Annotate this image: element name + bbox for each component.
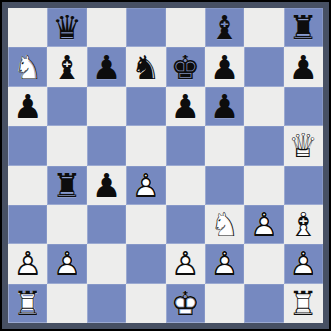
square-c8[interactable]: [87, 8, 126, 47]
white-queen[interactable]: ♛♕: [284, 126, 323, 165]
square-f5[interactable]: [205, 126, 244, 165]
black-pawn[interactable]: ♟: [205, 87, 244, 126]
piece-outline-glyph: ♖: [284, 284, 323, 323]
square-b3[interactable]: [47, 205, 86, 244]
square-h5[interactable]: ♛♕: [284, 126, 323, 165]
square-e5[interactable]: [166, 126, 205, 165]
white-rook[interactable]: ♜♖: [284, 284, 323, 323]
square-a1[interactable]: ♜♖: [8, 284, 47, 323]
white-rook[interactable]: ♜♖: [8, 284, 47, 323]
square-g2[interactable]: [244, 244, 283, 283]
piece-outline-glyph: ♗: [284, 205, 323, 244]
piece-glyph: ♝: [47, 47, 86, 86]
square-c2[interactable]: [87, 244, 126, 283]
white-king[interactable]: ♚♔: [166, 284, 205, 323]
black-rook[interactable]: ♜: [284, 8, 323, 47]
square-e4[interactable]: [166, 166, 205, 205]
white-knight[interactable]: ♞♘: [205, 205, 244, 244]
white-pawn[interactable]: ♟♙: [284, 244, 323, 283]
piece-outline-glyph: ♙: [8, 244, 47, 283]
black-pawn[interactable]: ♟: [284, 47, 323, 86]
piece-outline-glyph: ♙: [284, 244, 323, 283]
piece-outline-glyph: ♕: [284, 126, 323, 165]
chess-board: ♛♝♜♞♘♝♟♞♚♟♟♟♟♟♛♕♜♟♟♙♞♘♟♙♝♗♟♙♟♙♟♙♟♙♟♙♜♖♚♔…: [8, 8, 323, 323]
white-pawn[interactable]: ♟♙: [126, 166, 165, 205]
square-g1[interactable]: [244, 284, 283, 323]
square-f3[interactable]: ♞♘: [205, 205, 244, 244]
black-rook[interactable]: ♜: [47, 166, 86, 205]
piece-glyph: ♝: [205, 8, 244, 47]
square-a5[interactable]: [8, 126, 47, 165]
square-b6[interactable]: [47, 87, 86, 126]
square-h4[interactable]: [284, 166, 323, 205]
white-pawn[interactable]: ♟♙: [8, 244, 47, 283]
square-b2[interactable]: ♟♙: [47, 244, 86, 283]
piece-outline-glyph: ♙: [166, 244, 205, 283]
square-g8[interactable]: [244, 8, 283, 47]
square-e6[interactable]: ♟: [166, 87, 205, 126]
square-a3[interactable]: [8, 205, 47, 244]
square-d2[interactable]: [126, 244, 165, 283]
square-d6[interactable]: [126, 87, 165, 126]
piece-outline-glyph: ♘: [8, 47, 47, 86]
square-h7[interactable]: ♟: [284, 47, 323, 86]
square-f8[interactable]: ♝: [205, 8, 244, 47]
black-pawn[interactable]: ♟: [8, 87, 47, 126]
piece-outline-glyph: ♙: [205, 244, 244, 283]
piece-outline-glyph: ♙: [126, 166, 165, 205]
piece-glyph: ♜: [284, 8, 323, 47]
square-c7[interactable]: ♟: [87, 47, 126, 86]
black-pawn[interactable]: ♟: [166, 87, 205, 126]
piece-outline-glyph: ♙: [244, 205, 283, 244]
square-a4[interactable]: [8, 166, 47, 205]
black-bishop[interactable]: ♝: [205, 8, 244, 47]
piece-glyph: ♟: [87, 166, 126, 205]
square-g4[interactable]: [244, 166, 283, 205]
black-queen[interactable]: ♛: [47, 8, 86, 47]
black-king[interactable]: ♚: [166, 47, 205, 86]
piece-glyph: ♟: [284, 47, 323, 86]
white-pawn[interactable]: ♟♙: [47, 244, 86, 283]
black-pawn[interactable]: ♟: [87, 166, 126, 205]
black-pawn[interactable]: ♟: [205, 47, 244, 86]
square-b1[interactable]: [47, 284, 86, 323]
square-h2[interactable]: ♟♙: [284, 244, 323, 283]
square-c6[interactable]: [87, 87, 126, 126]
square-b5[interactable]: [47, 126, 86, 165]
square-e1[interactable]: ♚♔: [166, 284, 205, 323]
black-pawn[interactable]: ♟: [87, 47, 126, 86]
square-g3[interactable]: ♟♙: [244, 205, 283, 244]
piece-glyph: ♜: [47, 166, 86, 205]
white-pawn[interactable]: ♟♙: [244, 205, 283, 244]
square-h3[interactable]: ♝♗: [284, 205, 323, 244]
square-d3[interactable]: [126, 205, 165, 244]
black-bishop[interactable]: ♝: [47, 47, 86, 86]
white-pawn[interactable]: ♟♙: [205, 244, 244, 283]
piece-glyph: ♟: [205, 47, 244, 86]
square-g7[interactable]: [244, 47, 283, 86]
square-b8[interactable]: ♛: [47, 8, 86, 47]
piece-glyph: ♟: [166, 87, 205, 126]
piece-glyph: ♚: [166, 47, 205, 86]
square-b4[interactable]: ♜: [47, 166, 86, 205]
piece-outline-glyph: ♙: [47, 244, 86, 283]
square-h1[interactable]: ♜♖: [284, 284, 323, 323]
square-c1[interactable]: [87, 284, 126, 323]
square-g5[interactable]: [244, 126, 283, 165]
white-bishop[interactable]: ♝♗: [284, 205, 323, 244]
square-f4[interactable]: [205, 166, 244, 205]
square-c3[interactable]: [87, 205, 126, 244]
square-f1[interactable]: [205, 284, 244, 323]
square-a2[interactable]: ♟♙: [8, 244, 47, 283]
square-b7[interactable]: ♝: [47, 47, 86, 86]
square-c4[interactable]: ♟: [87, 166, 126, 205]
piece-glyph: ♟: [87, 47, 126, 86]
piece-glyph: ♟: [8, 87, 47, 126]
white-knight[interactable]: ♞♘: [8, 47, 47, 86]
piece-outline-glyph: ♖: [8, 284, 47, 323]
square-d1[interactable]: [126, 284, 165, 323]
square-a7[interactable]: ♞♘: [8, 47, 47, 86]
square-d8[interactable]: [126, 8, 165, 47]
square-h8[interactable]: ♜: [284, 8, 323, 47]
square-a6[interactable]: ♟: [8, 87, 47, 126]
square-f7[interactable]: ♟: [205, 47, 244, 86]
square-g6[interactable]: [244, 87, 283, 126]
square-f6[interactable]: ♟: [205, 87, 244, 126]
square-e3[interactable]: [166, 205, 205, 244]
square-d4[interactable]: ♟♙: [126, 166, 165, 205]
white-pawn[interactable]: ♟♙: [166, 244, 205, 283]
piece-outline-glyph: ♘: [205, 205, 244, 244]
piece-glyph: ♛: [47, 8, 86, 47]
piece-outline-glyph: ♔: [166, 284, 205, 323]
black-knight[interactable]: ♞: [126, 47, 165, 86]
square-h6[interactable]: [284, 87, 323, 126]
square-d7[interactable]: ♞: [126, 47, 165, 86]
piece-glyph: ♞: [126, 47, 165, 86]
square-e2[interactable]: ♟♙: [166, 244, 205, 283]
square-e7[interactable]: ♚: [166, 47, 205, 86]
square-d5[interactable]: [126, 126, 165, 165]
board-frame: ♛♝♜♞♘♝♟♞♚♟♟♟♟♟♛♕♜♟♟♙♞♘♟♙♝♗♟♙♟♙♟♙♟♙♟♙♜♖♚♔…: [0, 0, 331, 331]
piece-glyph: ♟: [205, 87, 244, 126]
square-f2[interactable]: ♟♙: [205, 244, 244, 283]
square-a8[interactable]: [8, 8, 47, 47]
square-c5[interactable]: [87, 126, 126, 165]
square-e8[interactable]: [166, 8, 205, 47]
